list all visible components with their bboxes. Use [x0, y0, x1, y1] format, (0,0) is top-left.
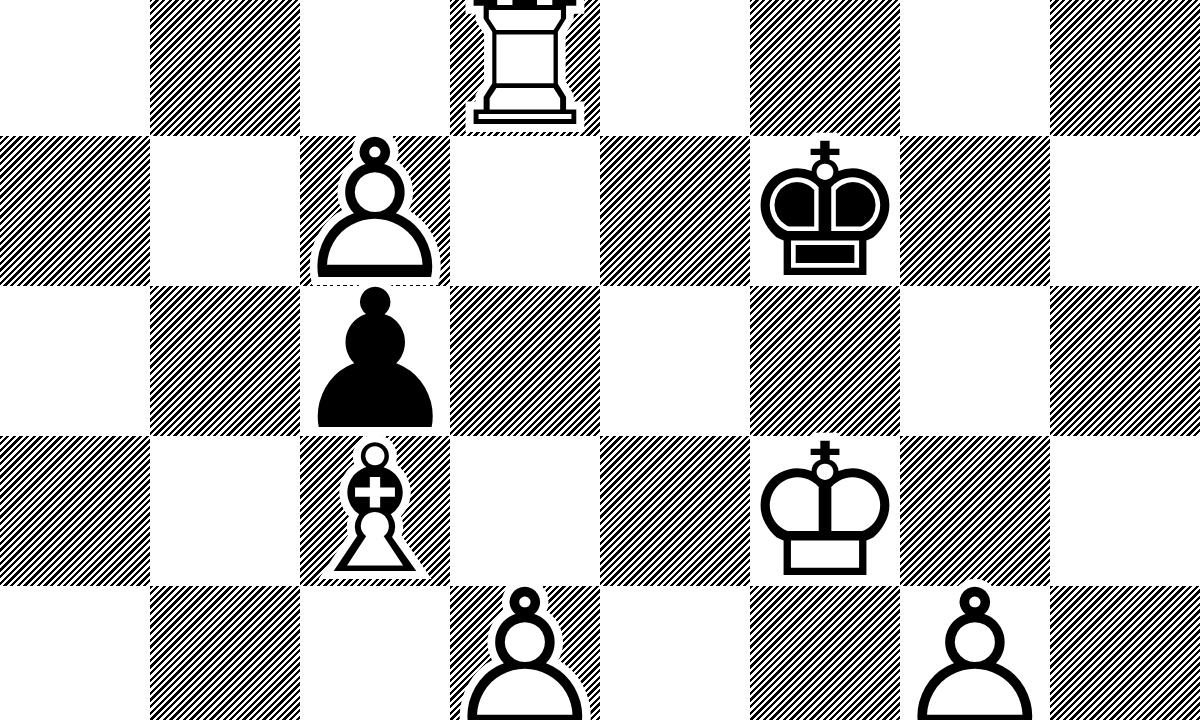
piece-black-king-f7[interactable]: ♚♚	[750, 136, 900, 286]
square-b7[interactable]	[150, 136, 300, 286]
square-a5[interactable]	[0, 436, 150, 586]
square-b8[interactable]	[150, 0, 300, 136]
square-e7[interactable]	[600, 136, 750, 286]
square-h6[interactable]	[1050, 286, 1200, 436]
white-pawn-glyph: ♙	[450, 586, 600, 720]
square-g7[interactable]	[900, 136, 1050, 286]
piece-white-pawn-d4[interactable]: ♟♙	[450, 586, 600, 720]
square-a8[interactable]	[0, 0, 150, 136]
square-g8[interactable]	[900, 0, 1050, 136]
square-b4[interactable]	[150, 586, 300, 720]
piece-white-bishop-c5[interactable]: ♝♗	[300, 436, 450, 586]
square-h7[interactable]	[1050, 136, 1200, 286]
square-b6[interactable]	[150, 286, 300, 436]
black-king-glyph: ♚	[750, 136, 900, 286]
white-pawn-glyph: ♙	[900, 586, 1050, 720]
piece-white-rook-d8[interactable]: ♜♖	[450, 0, 600, 136]
square-g6[interactable]	[900, 286, 1050, 436]
square-a6[interactable]	[0, 286, 150, 436]
square-a7[interactable]	[0, 136, 150, 286]
square-e5[interactable]	[600, 436, 750, 586]
square-h4[interactable]	[1050, 586, 1200, 720]
square-h5[interactable]	[1050, 436, 1200, 586]
chess-board: ♜♖♟♙♚♚♟♟♝♗♚♔♟♙♟♙	[0, 0, 1200, 720]
square-e8[interactable]	[600, 0, 750, 136]
white-rook-glyph: ♖	[450, 0, 600, 136]
white-bishop-glyph: ♗	[300, 436, 450, 586]
white-king-glyph: ♔	[750, 436, 900, 586]
square-e6[interactable]	[600, 286, 750, 436]
square-a4[interactable]	[0, 586, 150, 720]
piece-white-pawn-g4[interactable]: ♟♙	[900, 586, 1050, 720]
piece-white-king-f5[interactable]: ♚♔	[750, 436, 900, 586]
square-b5[interactable]	[150, 436, 300, 586]
square-e4[interactable]	[600, 586, 750, 720]
square-d6[interactable]	[450, 286, 600, 436]
square-h8[interactable]	[1050, 0, 1200, 136]
